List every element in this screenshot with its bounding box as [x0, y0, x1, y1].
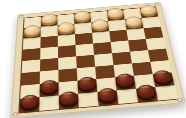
board-frame: ⛀⛀⛀⛀⛀⛀⛀⛀⛂⛂⛂⛂⛂⛂⛂⛂ [10, 2, 185, 118]
dark-piece[interactable]: ⛂ [59, 91, 79, 106]
light-piece[interactable]: ⛀ [91, 19, 109, 31]
board-square[interactable]: ⛂ [97, 90, 118, 105]
board-square[interactable] [155, 85, 177, 100]
board-square[interactable] [39, 95, 59, 110]
board-square[interactable]: ⛂ [59, 94, 79, 109]
dark-piece[interactable]: ⛂ [97, 87, 118, 102]
board-grid: ⛀⛀⛀⛀⛀⛀⛀⛀⛂⛂⛂⛂⛂⛂⛂⛂ [18, 6, 176, 113]
dark-piece[interactable]: ⛂ [115, 73, 136, 87]
dark-piece[interactable]: ⛂ [77, 76, 97, 91]
corner-eyelet-bottom-right [176, 98, 182, 102]
dark-piece[interactable]: ⛂ [135, 84, 157, 99]
dark-piece[interactable]: ⛂ [152, 70, 174, 84]
board-square[interactable]: ⛂ [20, 97, 40, 113]
light-piece[interactable]: ⛀ [24, 25, 41, 37]
dark-piece[interactable]: ⛂ [40, 80, 59, 95]
light-piece[interactable]: ⛀ [106, 7, 124, 18]
light-piece[interactable]: ⛀ [41, 13, 58, 24]
corner-eyelet-top-right [154, 3, 159, 6]
light-piece[interactable]: ⛀ [124, 16, 143, 28]
board-square[interactable] [78, 92, 99, 107]
dark-piece[interactable]: ⛂ [20, 94, 40, 109]
board-square[interactable] [117, 89, 138, 104]
light-piece[interactable]: ⛀ [74, 10, 91, 21]
corner-eyelet-bottom-left [13, 112, 19, 116]
checkers-board: ⛀⛀⛀⛀⛀⛀⛀⛀⛂⛂⛂⛂⛂⛂⛂⛂ [7, 0, 178, 118]
light-piece[interactable]: ⛀ [139, 5, 158, 16]
photo-background: ⛀⛀⛀⛀⛀⛀⛀⛀⛂⛂⛂⛂⛂⛂⛂⛂ [0, 0, 186, 118]
light-piece[interactable]: ⛀ [58, 22, 75, 34]
board-square[interactable]: ⛂ [136, 87, 158, 102]
